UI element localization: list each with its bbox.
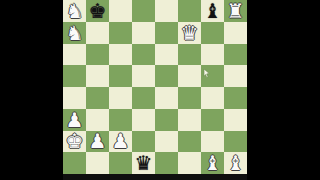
piece-black-queen[interactable]: ♛ (135, 153, 153, 173)
square-f3[interactable] (178, 109, 201, 131)
piece-white-pawn[interactable]: ♟ (89, 131, 107, 151)
square-h3[interactable] (224, 109, 247, 131)
square-b2[interactable]: ♟ (86, 131, 109, 153)
square-a7[interactable]: ♞ (63, 22, 86, 44)
letterbox-left (0, 0, 63, 180)
piece-white-queen[interactable]: ♛ (181, 23, 199, 43)
square-g1[interactable]: ♝ (201, 152, 224, 174)
app-window: ♞♚♝♜♞♛♟♚♟♟♛♝♝ (0, 0, 320, 180)
square-d2[interactable] (132, 131, 155, 153)
letterbox-right (247, 0, 320, 180)
square-e4[interactable] (155, 87, 178, 109)
square-g3[interactable] (201, 109, 224, 131)
square-f5[interactable] (178, 65, 201, 87)
square-f4[interactable] (178, 87, 201, 109)
piece-white-pawn[interactable]: ♟ (112, 131, 130, 151)
square-f8[interactable] (178, 0, 201, 22)
square-b6[interactable] (86, 44, 109, 66)
square-h4[interactable] (224, 87, 247, 109)
square-d7[interactable] (132, 22, 155, 44)
square-f6[interactable] (178, 44, 201, 66)
square-d1[interactable]: ♛ (132, 152, 155, 174)
square-h5[interactable] (224, 65, 247, 87)
square-e2[interactable] (155, 131, 178, 153)
square-f2[interactable] (178, 131, 201, 153)
square-e5[interactable] (155, 65, 178, 87)
square-a1[interactable] (63, 152, 86, 174)
square-g8[interactable]: ♝ (201, 0, 224, 22)
piece-white-rook[interactable]: ♜ (227, 1, 245, 21)
piece-white-pawn[interactable]: ♟ (66, 110, 84, 130)
square-b7[interactable] (86, 22, 109, 44)
chess-board[interactable]: ♞♚♝♜♞♛♟♚♟♟♛♝♝ (63, 0, 247, 174)
square-g7[interactable] (201, 22, 224, 44)
piece-white-knight[interactable]: ♞ (66, 1, 84, 21)
square-c6[interactable] (109, 44, 132, 66)
piece-white-king[interactable]: ♚ (66, 131, 84, 151)
square-d3[interactable] (132, 109, 155, 131)
square-c8[interactable] (109, 0, 132, 22)
square-c2[interactable]: ♟ (109, 131, 132, 153)
square-h7[interactable] (224, 22, 247, 44)
square-b3[interactable] (86, 109, 109, 131)
piece-black-king[interactable]: ♚ (89, 1, 107, 21)
square-g5[interactable] (201, 65, 224, 87)
square-f7[interactable]: ♛ (178, 22, 201, 44)
square-d8[interactable] (132, 0, 155, 22)
square-a5[interactable] (63, 65, 86, 87)
piece-white-bishop[interactable]: ♝ (204, 153, 222, 173)
square-h2[interactable] (224, 131, 247, 153)
square-c1[interactable] (109, 152, 132, 174)
square-a4[interactable] (63, 87, 86, 109)
square-g2[interactable] (201, 131, 224, 153)
square-b5[interactable] (86, 65, 109, 87)
square-a2[interactable]: ♚ (63, 131, 86, 153)
square-h1[interactable]: ♝ (224, 152, 247, 174)
square-e7[interactable] (155, 22, 178, 44)
square-d4[interactable] (132, 87, 155, 109)
square-g6[interactable] (201, 44, 224, 66)
square-d6[interactable] (132, 44, 155, 66)
square-a6[interactable] (63, 44, 86, 66)
square-e6[interactable] (155, 44, 178, 66)
piece-black-bishop[interactable]: ♝ (204, 1, 222, 21)
square-b8[interactable]: ♚ (86, 0, 109, 22)
square-c4[interactable] (109, 87, 132, 109)
square-g4[interactable] (201, 87, 224, 109)
square-c3[interactable] (109, 109, 132, 131)
square-a8[interactable]: ♞ (63, 0, 86, 22)
square-c7[interactable] (109, 22, 132, 44)
piece-white-knight[interactable]: ♞ (66, 23, 84, 43)
square-c5[interactable] (109, 65, 132, 87)
square-d5[interactable] (132, 65, 155, 87)
square-h6[interactable] (224, 44, 247, 66)
square-e8[interactable] (155, 0, 178, 22)
square-f1[interactable] (178, 152, 201, 174)
square-b4[interactable] (86, 87, 109, 109)
square-a3[interactable]: ♟ (63, 109, 86, 131)
square-h8[interactable]: ♜ (224, 0, 247, 22)
square-e3[interactable] (155, 109, 178, 131)
square-b1[interactable] (86, 152, 109, 174)
piece-white-bishop[interactable]: ♝ (227, 153, 245, 173)
square-e1[interactable] (155, 152, 178, 174)
